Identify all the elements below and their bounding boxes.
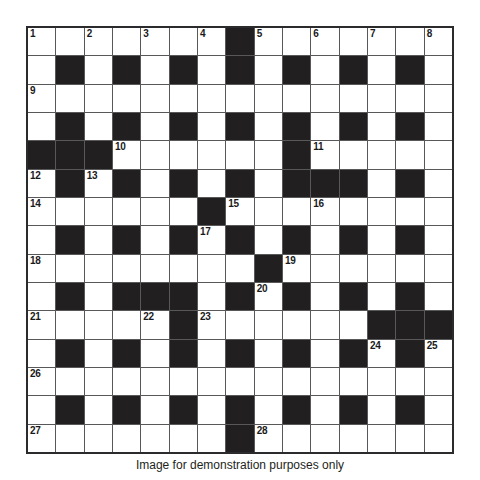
block-cell xyxy=(283,170,310,197)
block-cell xyxy=(28,141,55,168)
grid-cell[interactable] xyxy=(311,396,338,423)
clue-number: 19 xyxy=(285,255,296,266)
grid-cell[interactable] xyxy=(170,368,197,395)
block-cell xyxy=(170,396,197,423)
block-cell xyxy=(56,226,83,253)
block-cell xyxy=(396,396,423,423)
grid-cell[interactable] xyxy=(113,425,140,452)
clue-number: 4 xyxy=(200,28,205,39)
grid-cell[interactable] xyxy=(85,396,112,423)
crossword-grid: 1234567891011121314151617181920212223242… xyxy=(26,26,454,454)
grid-cell[interactable]: 13 xyxy=(85,170,112,197)
grid-cell[interactable] xyxy=(170,85,197,112)
grid-cell[interactable] xyxy=(340,85,367,112)
clue-number: 20 xyxy=(257,283,268,294)
clue-number: 10 xyxy=(115,141,126,152)
grid-cell[interactable] xyxy=(198,425,225,452)
grid-cell[interactable] xyxy=(85,425,112,452)
grid-cell[interactable] xyxy=(255,56,282,83)
block-cell xyxy=(56,170,83,197)
clue-number: 25 xyxy=(427,340,438,351)
grid-cell[interactable] xyxy=(113,368,140,395)
grid-cell[interactable] xyxy=(425,255,452,282)
grid-cell[interactable] xyxy=(141,255,168,282)
grid-cell[interactable] xyxy=(311,226,338,253)
crossword-page: 1234567891011121314151617181920212223242… xyxy=(0,0,480,480)
grid-cell[interactable] xyxy=(198,85,225,112)
grid-cell[interactable] xyxy=(113,198,140,225)
grid-cell[interactable] xyxy=(56,198,83,225)
grid-cell[interactable] xyxy=(368,396,395,423)
grid-cell[interactable] xyxy=(311,425,338,452)
grid-cell[interactable] xyxy=(311,311,338,338)
block-cell xyxy=(396,170,423,197)
grid-cell[interactable] xyxy=(283,85,310,112)
grid-cell[interactable] xyxy=(226,368,253,395)
grid-cell[interactable] xyxy=(141,226,168,253)
clue-number: 16 xyxy=(313,198,324,209)
block-cell xyxy=(85,141,112,168)
block-cell xyxy=(283,141,310,168)
block-cell xyxy=(396,340,423,367)
block-cell xyxy=(396,113,423,140)
clue-number: 6 xyxy=(313,28,318,39)
grid-cell[interactable] xyxy=(396,141,423,168)
grid-cell[interactable] xyxy=(283,368,310,395)
grid-cell[interactable] xyxy=(28,283,55,310)
block-cell xyxy=(170,283,197,310)
grid-cell[interactable] xyxy=(85,56,112,83)
grid-cell[interactable] xyxy=(198,141,225,168)
grid-cell[interactable] xyxy=(425,56,452,83)
block-cell xyxy=(425,311,452,338)
clue-number: 13 xyxy=(87,170,98,181)
clue-number: 28 xyxy=(257,425,268,436)
grid-cell[interactable] xyxy=(85,226,112,253)
block-cell xyxy=(170,311,197,338)
grid-cell[interactable]: 28 xyxy=(255,425,282,452)
grid-cell[interactable] xyxy=(56,255,83,282)
grid-cell[interactable] xyxy=(28,226,55,253)
grid-cell[interactable] xyxy=(340,311,367,338)
grid-cell[interactable] xyxy=(170,28,197,55)
block-cell xyxy=(255,255,282,282)
grid-cell[interactable] xyxy=(141,368,168,395)
block-cell xyxy=(283,396,310,423)
grid-cell[interactable] xyxy=(141,141,168,168)
grid-cell[interactable] xyxy=(368,141,395,168)
grid-cell[interactable] xyxy=(283,311,310,338)
grid-cell[interactable] xyxy=(56,425,83,452)
grid-cell[interactable] xyxy=(113,85,140,112)
grid-cell[interactable] xyxy=(283,198,310,225)
grid-cell[interactable] xyxy=(170,141,197,168)
grid-cell[interactable] xyxy=(255,198,282,225)
grid-cell[interactable] xyxy=(113,255,140,282)
grid-cell[interactable] xyxy=(141,113,168,140)
grid-cell[interactable] xyxy=(141,340,168,367)
grid-cell[interactable] xyxy=(85,340,112,367)
block-cell xyxy=(56,283,83,310)
grid-cell[interactable] xyxy=(283,425,310,452)
block-cell xyxy=(340,56,367,83)
block-cell xyxy=(396,226,423,253)
clue-number: 1 xyxy=(30,28,35,39)
grid-cell[interactable] xyxy=(340,425,367,452)
grid-cell[interactable]: 9 xyxy=(28,85,55,112)
grid-cell[interactable] xyxy=(396,28,423,55)
block-cell xyxy=(56,141,83,168)
grid-cell[interactable] xyxy=(396,425,423,452)
grid-cell[interactable] xyxy=(368,170,395,197)
grid-cell[interactable]: 24 xyxy=(368,340,395,367)
grid-cell[interactable] xyxy=(340,28,367,55)
grid-cell[interactable] xyxy=(170,425,197,452)
clue-number: 8 xyxy=(427,28,432,39)
clue-number: 26 xyxy=(30,368,41,379)
grid-cell[interactable]: 8 xyxy=(425,28,452,55)
grid-cell[interactable]: 11 xyxy=(311,141,338,168)
block-cell xyxy=(56,340,83,367)
block-cell xyxy=(226,113,253,140)
grid-cell[interactable] xyxy=(85,255,112,282)
grid-cell[interactable]: 10 xyxy=(113,141,140,168)
grid-cell[interactable] xyxy=(141,396,168,423)
grid-cell[interactable] xyxy=(255,113,282,140)
clue-number: 23 xyxy=(200,311,211,322)
grid-cell[interactable] xyxy=(340,368,367,395)
grid-cell[interactable] xyxy=(396,255,423,282)
grid-cell[interactable] xyxy=(113,28,140,55)
block-cell xyxy=(340,396,367,423)
grid-cell[interactable]: 26 xyxy=(28,368,55,395)
grid-cell[interactable] xyxy=(198,368,225,395)
grid-cell[interactable] xyxy=(141,425,168,452)
block-cell xyxy=(170,56,197,83)
block-cell xyxy=(113,170,140,197)
grid-cell[interactable]: 27 xyxy=(28,425,55,452)
grid-cell[interactable] xyxy=(198,340,225,367)
block-cell xyxy=(226,425,253,452)
grid-cell[interactable] xyxy=(198,113,225,140)
grid-cell[interactable]: 3 xyxy=(141,28,168,55)
clue-number: 17 xyxy=(200,226,211,237)
clue-number: 7 xyxy=(370,28,375,39)
grid-cell[interactable]: 23 xyxy=(198,311,225,338)
block-cell xyxy=(283,56,310,83)
block-cell xyxy=(311,170,338,197)
grid-cell[interactable] xyxy=(56,28,83,55)
block-cell xyxy=(283,113,310,140)
grid-cell[interactable] xyxy=(425,368,452,395)
grid-cell[interactable] xyxy=(425,396,452,423)
block-cell xyxy=(170,170,197,197)
grid-cell[interactable] xyxy=(396,368,423,395)
grid-cell[interactable] xyxy=(255,170,282,197)
clue-number: 15 xyxy=(228,198,239,209)
grid-cell[interactable] xyxy=(226,255,253,282)
block-cell xyxy=(113,283,140,310)
grid-cell[interactable]: 17 xyxy=(198,226,225,253)
block-cell xyxy=(198,198,225,225)
block-cell xyxy=(226,226,253,253)
block-cell xyxy=(141,283,168,310)
grid-cell[interactable] xyxy=(198,170,225,197)
grid-cell[interactable] xyxy=(85,85,112,112)
grid-cell[interactable] xyxy=(170,198,197,225)
block-cell xyxy=(368,311,395,338)
grid-cell[interactable] xyxy=(255,368,282,395)
grid-cell[interactable] xyxy=(368,113,395,140)
clue-number: 12 xyxy=(30,170,41,181)
clue-number: 3 xyxy=(143,28,148,39)
grid-cell[interactable] xyxy=(226,85,253,112)
grid-cell[interactable] xyxy=(425,85,452,112)
grid-cell[interactable] xyxy=(255,311,282,338)
grid-cell[interactable] xyxy=(28,113,55,140)
clue-number: 24 xyxy=(370,340,381,351)
clue-number: 27 xyxy=(30,425,41,436)
block-cell xyxy=(170,226,197,253)
clue-number: 2 xyxy=(87,28,92,39)
grid-cell[interactable] xyxy=(425,170,452,197)
grid-cell[interactable]: 20 xyxy=(255,283,282,310)
grid-cell[interactable] xyxy=(198,283,225,310)
grid-cell[interactable] xyxy=(425,283,452,310)
block-cell xyxy=(113,396,140,423)
grid-cell[interactable] xyxy=(368,255,395,282)
block-cell xyxy=(56,396,83,423)
grid-cell[interactable] xyxy=(141,170,168,197)
grid-cell[interactable]: 6 xyxy=(311,28,338,55)
block-cell xyxy=(340,170,367,197)
grid-cell[interactable] xyxy=(56,368,83,395)
grid-cell[interactable]: 15 xyxy=(226,198,253,225)
block-cell xyxy=(396,56,423,83)
grid-cell[interactable]: 16 xyxy=(311,198,338,225)
grid-cell[interactable] xyxy=(85,113,112,140)
grid-cell[interactable] xyxy=(368,226,395,253)
grid-cell[interactable] xyxy=(255,141,282,168)
grid-cell[interactable] xyxy=(311,283,338,310)
block-cell xyxy=(170,340,197,367)
grid-cell[interactable]: 1 xyxy=(28,28,55,55)
grid-cell[interactable] xyxy=(113,311,140,338)
block-cell xyxy=(170,113,197,140)
clue-number: 18 xyxy=(30,255,41,266)
grid-cell[interactable]: 4 xyxy=(198,28,225,55)
grid-cell[interactable] xyxy=(255,340,282,367)
clue-number: 9 xyxy=(30,85,35,96)
clue-number: 14 xyxy=(30,198,41,209)
block-cell xyxy=(283,283,310,310)
grid-cell[interactable] xyxy=(396,85,423,112)
block-cell xyxy=(340,113,367,140)
grid-cell[interactable]: 18 xyxy=(28,255,55,282)
grid-cell[interactable] xyxy=(255,226,282,253)
grid-cell[interactable] xyxy=(198,56,225,83)
block-cell xyxy=(56,113,83,140)
grid-cell[interactable] xyxy=(311,255,338,282)
block-cell xyxy=(113,226,140,253)
block-cell xyxy=(283,340,310,367)
grid-cell[interactable] xyxy=(368,368,395,395)
grid-cell[interactable] xyxy=(396,198,423,225)
grid-cell[interactable] xyxy=(198,396,225,423)
grid-cell[interactable]: 25 xyxy=(425,340,452,367)
grid-cell[interactable]: 14 xyxy=(28,198,55,225)
grid-cell[interactable]: 21 xyxy=(28,311,55,338)
clue-number: 11 xyxy=(313,141,323,152)
block-cell xyxy=(396,311,423,338)
grid-cell[interactable]: 12 xyxy=(28,170,55,197)
grid-cell[interactable] xyxy=(368,85,395,112)
block-cell xyxy=(340,226,367,253)
grid-cell[interactable] xyxy=(311,340,338,367)
grid-cell[interactable]: 19 xyxy=(283,255,310,282)
block-cell xyxy=(113,340,140,367)
grid-cell[interactable] xyxy=(283,28,310,55)
grid-cell[interactable] xyxy=(85,283,112,310)
block-cell xyxy=(340,340,367,367)
block-cell xyxy=(283,226,310,253)
block-cell xyxy=(226,170,253,197)
block-cell xyxy=(226,28,253,55)
grid-cell[interactable] xyxy=(340,198,367,225)
clue-number: 21 xyxy=(30,311,41,322)
grid-cell[interactable] xyxy=(425,141,452,168)
grid-cell[interactable] xyxy=(340,141,367,168)
grid-cell[interactable] xyxy=(425,198,452,225)
grid-cell[interactable] xyxy=(368,198,395,225)
grid-cell[interactable] xyxy=(28,396,55,423)
block-cell xyxy=(226,396,253,423)
grid-cell[interactable] xyxy=(28,56,55,83)
grid-cell[interactable] xyxy=(141,198,168,225)
grid-cell[interactable] xyxy=(255,85,282,112)
grid-cell[interactable] xyxy=(198,255,225,282)
grid-cell[interactable] xyxy=(170,255,197,282)
grid-cell[interactable] xyxy=(226,141,253,168)
grid-cell[interactable]: 22 xyxy=(141,311,168,338)
grid-cell[interactable] xyxy=(311,368,338,395)
grid-cell[interactable] xyxy=(28,340,55,367)
block-cell xyxy=(56,56,83,83)
block-cell xyxy=(396,283,423,310)
block-cell xyxy=(340,283,367,310)
grid-cell[interactable] xyxy=(425,425,452,452)
grid-cell[interactable] xyxy=(311,56,338,83)
grid-cell[interactable] xyxy=(56,85,83,112)
grid-cell[interactable] xyxy=(340,255,367,282)
clue-number: 5 xyxy=(257,28,262,39)
grid-cell[interactable] xyxy=(255,396,282,423)
grid-cell[interactable] xyxy=(226,311,253,338)
block-cell xyxy=(113,113,140,140)
block-cell xyxy=(226,283,253,310)
grid-cell[interactable] xyxy=(311,113,338,140)
grid-cell[interactable] xyxy=(368,283,395,310)
grid-cell[interactable] xyxy=(368,56,395,83)
grid-cell[interactable] xyxy=(85,368,112,395)
grid-cell[interactable] xyxy=(141,56,168,83)
grid-cell[interactable] xyxy=(85,311,112,338)
grid-cell[interactable] xyxy=(85,198,112,225)
grid-cell[interactable]: 7 xyxy=(368,28,395,55)
grid-cell[interactable] xyxy=(425,226,452,253)
grid-cell[interactable] xyxy=(368,425,395,452)
caption: Image for demonstration purposes only xyxy=(0,458,480,472)
grid-cell[interactable] xyxy=(425,113,452,140)
grid-cell[interactable]: 5 xyxy=(255,28,282,55)
block-cell xyxy=(113,56,140,83)
block-cell xyxy=(226,340,253,367)
grid-cell[interactable] xyxy=(311,85,338,112)
grid-cell[interactable] xyxy=(141,85,168,112)
grid-cell[interactable]: 2 xyxy=(85,28,112,55)
block-cell xyxy=(226,56,253,83)
clue-number: 22 xyxy=(143,311,154,322)
grid-cell[interactable] xyxy=(56,311,83,338)
